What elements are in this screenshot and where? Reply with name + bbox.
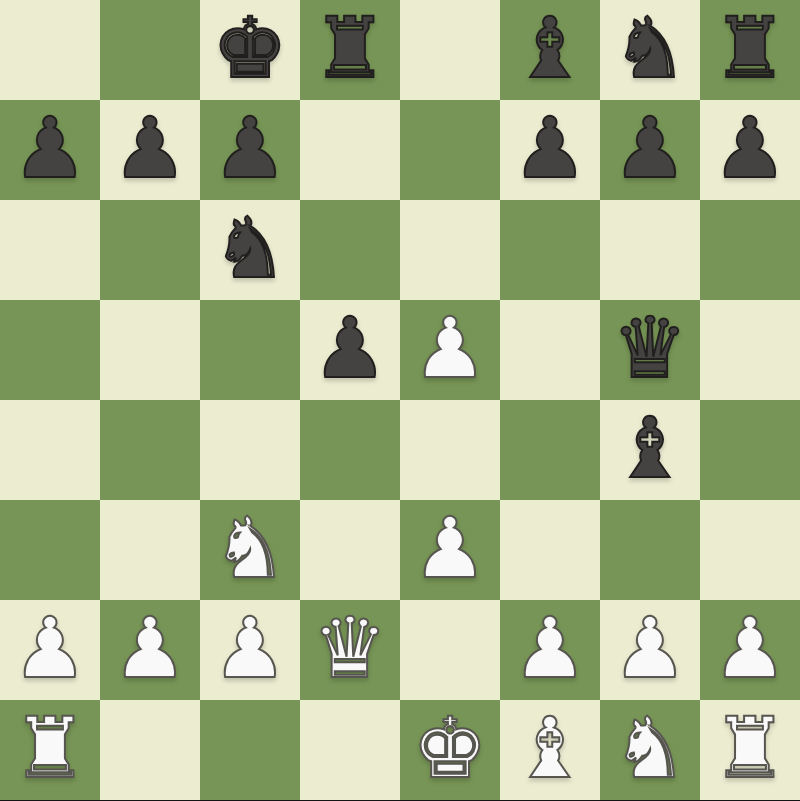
square-e7[interactable]	[400, 100, 500, 200]
piece-black-pawn[interactable]: ♟	[212, 106, 287, 190]
piece-black-pawn[interactable]: ♟	[312, 306, 387, 390]
piece-black-pawn[interactable]: ♟	[612, 106, 687, 190]
square-f8[interactable]: ♝	[500, 0, 600, 100]
piece-white-bishop[interactable]: ♝	[512, 706, 587, 790]
square-g3[interactable]	[600, 500, 700, 600]
square-e3[interactable]: ♟	[400, 500, 500, 600]
square-g7[interactable]: ♟	[600, 100, 700, 200]
square-b8[interactable]	[100, 0, 200, 100]
square-d8[interactable]: ♜	[300, 0, 400, 100]
square-d7[interactable]	[300, 100, 400, 200]
square-d6[interactable]	[300, 200, 400, 300]
square-e8[interactable]	[400, 0, 500, 100]
square-b5[interactable]	[100, 300, 200, 400]
square-h3[interactable]	[700, 500, 800, 600]
piece-white-pawn[interactable]: ♟	[612, 606, 687, 690]
square-c6[interactable]: ♞	[200, 200, 300, 300]
piece-black-rook[interactable]: ♜	[712, 6, 787, 90]
piece-black-knight[interactable]: ♞	[612, 6, 687, 90]
square-d2[interactable]: ♛	[300, 600, 400, 700]
square-b4[interactable]	[100, 400, 200, 500]
square-d5[interactable]: ♟	[300, 300, 400, 400]
square-h2[interactable]: ♟	[700, 600, 800, 700]
square-a5[interactable]	[0, 300, 100, 400]
square-g6[interactable]	[600, 200, 700, 300]
square-f5[interactable]	[500, 300, 600, 400]
piece-black-pawn[interactable]: ♟	[112, 106, 187, 190]
piece-black-queen[interactable]: ♛	[612, 306, 687, 390]
square-b2[interactable]: ♟	[100, 600, 200, 700]
square-c8[interactable]: ♚	[200, 0, 300, 100]
square-h1[interactable]: ♜	[700, 700, 800, 800]
square-d1[interactable]	[300, 700, 400, 800]
square-f1[interactable]: ♝	[500, 700, 600, 800]
piece-white-pawn[interactable]: ♟	[12, 606, 87, 690]
square-h6[interactable]	[700, 200, 800, 300]
piece-white-king[interactable]: ♚	[412, 706, 487, 790]
square-a7[interactable]: ♟	[0, 100, 100, 200]
square-e5[interactable]: ♟	[400, 300, 500, 400]
square-h4[interactable]	[700, 400, 800, 500]
square-g8[interactable]: ♞	[600, 0, 700, 100]
piece-black-pawn[interactable]: ♟	[512, 106, 587, 190]
square-c1[interactable]	[200, 700, 300, 800]
square-e4[interactable]	[400, 400, 500, 500]
square-g5[interactable]: ♛	[600, 300, 700, 400]
square-e1[interactable]: ♚	[400, 700, 500, 800]
square-b3[interactable]	[100, 500, 200, 600]
square-a4[interactable]	[0, 400, 100, 500]
square-a8[interactable]	[0, 0, 100, 100]
square-f2[interactable]: ♟	[500, 600, 600, 700]
piece-black-rook[interactable]: ♜	[312, 6, 387, 90]
square-c7[interactable]: ♟	[200, 100, 300, 200]
square-h5[interactable]	[700, 300, 800, 400]
square-a2[interactable]: ♟	[0, 600, 100, 700]
square-g2[interactable]: ♟	[600, 600, 700, 700]
piece-white-pawn[interactable]: ♟	[412, 306, 487, 390]
square-g1[interactable]: ♞	[600, 700, 700, 800]
square-a6[interactable]	[0, 200, 100, 300]
piece-white-rook[interactable]: ♜	[12, 706, 87, 790]
square-f7[interactable]: ♟	[500, 100, 600, 200]
square-a3[interactable]	[0, 500, 100, 600]
piece-white-queen[interactable]: ♛	[312, 606, 387, 690]
square-c5[interactable]	[200, 300, 300, 400]
square-h7[interactable]: ♟	[700, 100, 800, 200]
piece-black-pawn[interactable]: ♟	[12, 106, 87, 190]
square-b1[interactable]	[100, 700, 200, 800]
piece-black-king[interactable]: ♚	[212, 6, 287, 90]
square-g4[interactable]: ♝	[600, 400, 700, 500]
chess-board-container: ♚♜♝♞♜♟♟♟♟♟♟♞♟♟♛♝♞♟♟♟♟♛♟♟♟♜♚♝♞♜	[0, 0, 800, 801]
piece-white-pawn[interactable]: ♟	[212, 606, 287, 690]
piece-white-rook[interactable]: ♜	[712, 706, 787, 790]
piece-black-bishop[interactable]: ♝	[512, 6, 587, 90]
square-h8[interactable]: ♜	[700, 0, 800, 100]
square-e2[interactable]	[400, 600, 500, 700]
square-d3[interactable]	[300, 500, 400, 600]
square-f4[interactable]	[500, 400, 600, 500]
square-c2[interactable]: ♟	[200, 600, 300, 700]
piece-white-knight[interactable]: ♞	[612, 706, 687, 790]
piece-black-knight[interactable]: ♞	[212, 206, 287, 290]
piece-white-pawn[interactable]: ♟	[512, 606, 587, 690]
square-b6[interactable]	[100, 200, 200, 300]
piece-white-pawn[interactable]: ♟	[412, 506, 487, 590]
square-f3[interactable]	[500, 500, 600, 600]
square-b7[interactable]: ♟	[100, 100, 200, 200]
square-e6[interactable]	[400, 200, 500, 300]
square-a1[interactable]: ♜	[0, 700, 100, 800]
square-c3[interactable]: ♞	[200, 500, 300, 600]
square-f6[interactable]	[500, 200, 600, 300]
piece-white-pawn[interactable]: ♟	[712, 606, 787, 690]
piece-white-knight[interactable]: ♞	[212, 506, 287, 590]
piece-black-pawn[interactable]: ♟	[712, 106, 787, 190]
chess-board: ♚♜♝♞♜♟♟♟♟♟♟♞♟♟♛♝♞♟♟♟♟♛♟♟♟♜♚♝♞♜	[0, 0, 800, 800]
square-d4[interactable]	[300, 400, 400, 500]
square-c4[interactable]	[200, 400, 300, 500]
piece-black-bishop[interactable]: ♝	[612, 406, 687, 490]
piece-white-pawn[interactable]: ♟	[112, 606, 187, 690]
